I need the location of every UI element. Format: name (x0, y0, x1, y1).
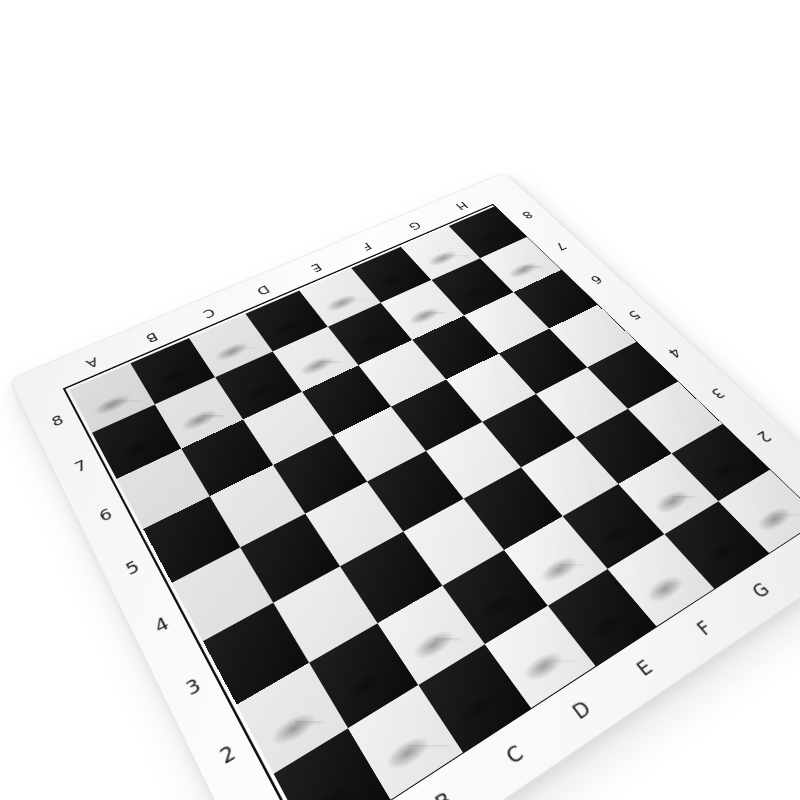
coord-label: 7 (552, 240, 568, 251)
coord-label: 4 (152, 614, 171, 635)
coord-label: E (633, 657, 656, 679)
board-grid: ♜♞♝♛♚♝♞♜♟♟♟♟♟♟♟♟♟♟♟♟♟♟♟♟♜♞♝♛♚♝♞♜ (69, 206, 800, 800)
coord-label: 7 (73, 458, 90, 475)
square-a1[interactable]: ♜ (274, 728, 391, 800)
chessboard-mat: ♜♞♝♛♚♝♞♜♟♟♟♟♟♟♟♟♟♟♟♟♟♟♟♟♜♞♝♛♚♝♞♜ ABCDEFG… (8, 172, 800, 800)
coord-label: 6 (587, 273, 604, 285)
scene: ♜♞♝♛♚♝♞♜♟♟♟♟♟♟♟♟♟♟♟♟♟♟♟♟♜♞♝♛♚♝♞♜ ABCDEFG… (0, 0, 800, 800)
label-cell: 6 (69, 479, 143, 553)
coord-label: D (569, 698, 594, 723)
coord-label: G (749, 580, 773, 601)
square-d5[interactable] (333, 407, 426, 482)
coord-label: F (693, 618, 715, 639)
coord-label: B (432, 788, 456, 800)
piece-glyph: ♟ (102, 372, 175, 454)
coord-label: 3 (183, 676, 203, 699)
piece-glyph: ♟ (165, 345, 236, 425)
coord-label: 2 (217, 742, 238, 767)
coord-label: 4 (665, 346, 683, 360)
coord-label: C (502, 742, 526, 768)
piece-glyph: ♜ (275, 674, 396, 800)
coord-label: 5 (625, 308, 642, 321)
coord-label: 8 (50, 413, 66, 428)
coord-label: 5 (124, 558, 142, 577)
coord-label: 6 (97, 506, 114, 524)
